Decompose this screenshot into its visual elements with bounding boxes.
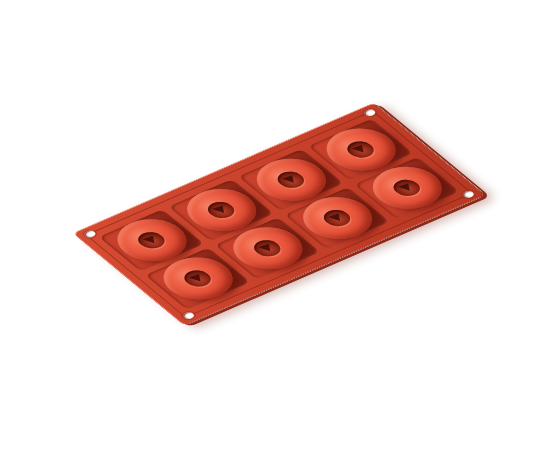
corner-hang-hole-bottom bbox=[181, 311, 196, 320]
dimple-shadow-core bbox=[210, 203, 232, 216]
cavity-center-dimple bbox=[272, 169, 309, 191]
cavity-center-dimple bbox=[133, 229, 170, 251]
dimple-shadow-core bbox=[186, 271, 208, 284]
cavity-center-dimple bbox=[342, 138, 379, 160]
corner-hang-hole-right bbox=[461, 190, 476, 199]
cavity-center-dimple bbox=[318, 207, 355, 229]
silicone-mold-tray bbox=[72, 102, 486, 326]
dimple-shadow-core bbox=[349, 143, 371, 156]
corner-hang-hole-top bbox=[362, 108, 377, 117]
dimple-shadow-core bbox=[280, 173, 302, 186]
cavity-center-dimple bbox=[179, 267, 216, 289]
dimple-shadow-core bbox=[396, 181, 418, 194]
dimple-shadow-core bbox=[326, 211, 348, 224]
dimple-shadow-core bbox=[256, 241, 278, 254]
corner-hang-hole-left bbox=[82, 229, 97, 238]
cavity-center-dimple bbox=[388, 177, 425, 199]
cavity-center-dimple bbox=[249, 237, 286, 259]
cavity-grid bbox=[99, 119, 459, 310]
cavity-center-dimple bbox=[202, 199, 239, 221]
product-photo-scene bbox=[0, 0, 550, 450]
dimple-shadow-core bbox=[140, 233, 162, 246]
